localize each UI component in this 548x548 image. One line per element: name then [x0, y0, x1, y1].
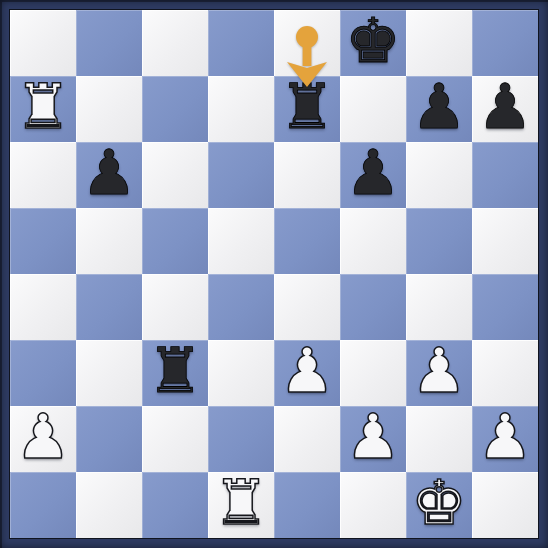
- square-a5[interactable]: [10, 208, 76, 274]
- board-frame: ♚♜♜♟♟♟♟♜♟♟♟♟♟♜♚: [0, 0, 548, 548]
- white-king[interactable]: ♚: [411, 472, 467, 534]
- black-pawn[interactable]: ♟: [345, 142, 401, 204]
- black-king[interactable]: ♚: [345, 10, 401, 72]
- square-g7[interactable]: ♟: [406, 76, 472, 142]
- square-h2[interactable]: ♟: [472, 406, 538, 472]
- square-b6[interactable]: ♟: [76, 142, 142, 208]
- square-e2[interactable]: [274, 406, 340, 472]
- square-h6[interactable]: [472, 142, 538, 208]
- square-c3[interactable]: ♜: [142, 340, 208, 406]
- square-h7[interactable]: ♟: [472, 76, 538, 142]
- square-g5[interactable]: [406, 208, 472, 274]
- square-b3[interactable]: [76, 340, 142, 406]
- white-rook[interactable]: ♜: [213, 472, 269, 534]
- square-g4[interactable]: [406, 274, 472, 340]
- black-pawn[interactable]: ♟: [81, 142, 137, 204]
- square-c6[interactable]: [142, 142, 208, 208]
- square-a2[interactable]: ♟: [10, 406, 76, 472]
- square-d1[interactable]: ♜: [208, 472, 274, 538]
- square-e3[interactable]: ♟: [274, 340, 340, 406]
- square-f1[interactable]: [340, 472, 406, 538]
- square-a6[interactable]: [10, 142, 76, 208]
- square-f8[interactable]: ♚: [340, 10, 406, 76]
- square-c4[interactable]: [142, 274, 208, 340]
- square-g8[interactable]: [406, 10, 472, 76]
- white-pawn[interactable]: ♟: [411, 340, 467, 402]
- white-pawn[interactable]: ♟: [345, 406, 401, 468]
- square-f5[interactable]: [340, 208, 406, 274]
- square-b2[interactable]: [76, 406, 142, 472]
- white-rook[interactable]: ♜: [15, 76, 71, 138]
- square-f2[interactable]: ♟: [340, 406, 406, 472]
- square-a4[interactable]: [10, 274, 76, 340]
- black-rook[interactable]: ♜: [147, 340, 203, 402]
- white-pawn[interactable]: ♟: [477, 406, 533, 468]
- square-d4[interactable]: [208, 274, 274, 340]
- square-e8[interactable]: [274, 10, 340, 76]
- square-f6[interactable]: ♟: [340, 142, 406, 208]
- square-e4[interactable]: [274, 274, 340, 340]
- square-f3[interactable]: [340, 340, 406, 406]
- square-a3[interactable]: [10, 340, 76, 406]
- square-g2[interactable]: [406, 406, 472, 472]
- square-h1[interactable]: [472, 472, 538, 538]
- chess-board: ♚♜♜♟♟♟♟♜♟♟♟♟♟♜♚: [10, 10, 538, 538]
- square-b7[interactable]: [76, 76, 142, 142]
- square-e5[interactable]: [274, 208, 340, 274]
- square-b1[interactable]: [76, 472, 142, 538]
- white-pawn[interactable]: ♟: [279, 340, 335, 402]
- square-d6[interactable]: [208, 142, 274, 208]
- square-c5[interactable]: [142, 208, 208, 274]
- square-e1[interactable]: [274, 472, 340, 538]
- white-pawn[interactable]: ♟: [15, 406, 71, 468]
- square-h3[interactable]: [472, 340, 538, 406]
- square-d8[interactable]: [208, 10, 274, 76]
- square-f4[interactable]: [340, 274, 406, 340]
- square-g6[interactable]: [406, 142, 472, 208]
- square-h5[interactable]: [472, 208, 538, 274]
- square-b8[interactable]: [76, 10, 142, 76]
- square-d3[interactable]: [208, 340, 274, 406]
- square-e7[interactable]: ♜: [274, 76, 340, 142]
- square-a7[interactable]: ♜: [10, 76, 76, 142]
- black-pawn[interactable]: ♟: [411, 76, 467, 138]
- square-b4[interactable]: [76, 274, 142, 340]
- square-c1[interactable]: [142, 472, 208, 538]
- square-g3[interactable]: ♟: [406, 340, 472, 406]
- square-e6[interactable]: [274, 142, 340, 208]
- square-c8[interactable]: [142, 10, 208, 76]
- square-h8[interactable]: [472, 10, 538, 76]
- black-pawn[interactable]: ♟: [477, 76, 533, 138]
- square-b5[interactable]: [76, 208, 142, 274]
- square-h4[interactable]: [472, 274, 538, 340]
- square-d2[interactable]: [208, 406, 274, 472]
- square-d7[interactable]: [208, 76, 274, 142]
- square-c2[interactable]: [142, 406, 208, 472]
- square-g1[interactable]: ♚: [406, 472, 472, 538]
- black-rook[interactable]: ♜: [279, 76, 335, 138]
- square-a1[interactable]: [10, 472, 76, 538]
- square-f7[interactable]: [340, 76, 406, 142]
- square-a8[interactable]: [10, 10, 76, 76]
- square-c7[interactable]: [142, 76, 208, 142]
- square-d5[interactable]: [208, 208, 274, 274]
